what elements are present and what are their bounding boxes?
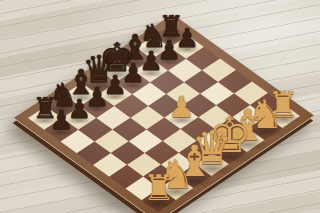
chess-photo-scene: ♜♞♝♛♚♝♞♜♟♟♟♟♟♟♟♟♟♜♞♝♛♚♝♞♜ [0,0,320,213]
piece-white-rook-a1[interactable]: ♜ [143,170,175,205]
pieces-layer: ♜♞♝♛♚♝♞♜♟♟♟♟♟♟♟♟♟♜♞♝♛♚♝♞♜ [0,0,320,213]
piece-white-pawn-e4[interactable]: ♟ [168,93,194,122]
piece-black-pawn-a7[interactable]: ♟ [49,107,73,134]
